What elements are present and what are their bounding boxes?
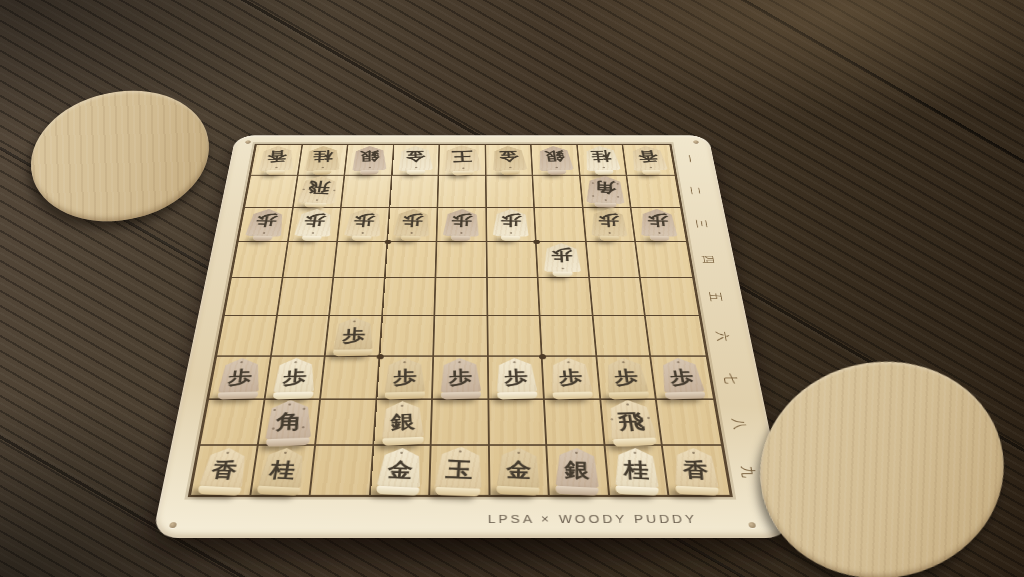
piece-kanji: 桂 [304,145,341,171]
screw-icon [169,522,177,528]
board-cell-5-三[interactable]: 歩 [437,208,487,242]
shogi-piece-sente-歩[interactable]: 歩 [384,357,428,393]
board-cell-6-四[interactable] [385,242,437,278]
board-cell-4-四[interactable] [487,242,539,278]
shogi-piece-sente-桂[interactable]: 桂 [612,447,660,489]
shogi-piece-gote-飛[interactable]: 飛 [296,175,342,204]
board-cell-9-五[interactable] [225,278,283,316]
piece-kanji: 桂 [612,447,660,489]
piece-front-face [450,236,470,241]
piece-kanji: 歩 [293,208,336,236]
shogi-piece-sente-金[interactable]: 金 [375,447,425,489]
piece-kanji: 桂 [256,447,309,489]
board-cell-6-六[interactable] [380,316,435,357]
piece-front-face [252,236,273,241]
board-cell-2-二[interactable]: 角 [580,176,631,208]
shogi-piece-gote-桂[interactable]: 桂 [304,145,341,171]
board-cell-1-二[interactable] [628,176,681,208]
board-cell-2-六[interactable] [593,316,651,357]
piece-front-face [616,486,658,496]
shogi-piece-sente-飛[interactable]: 飛 [603,399,658,440]
piece-front-face [266,170,285,175]
board-cell-3-四[interactable]: 歩 [537,242,590,278]
shogi-piece-gote-銀[interactable]: 銀 [535,145,575,171]
piece-front-face [676,486,719,496]
piece-front-face [351,236,372,241]
piece-kanji: 金 [489,145,528,171]
board-cell-5-九[interactable]: 玉 [430,446,490,495]
shogi-piece-sente-歩[interactable]: 歩 [439,357,483,393]
board-cell-5-一[interactable]: 王 [439,145,486,176]
board-cell-1-五[interactable] [641,278,699,316]
board-cell-7-二[interactable] [342,176,393,208]
board-cell-8-六[interactable] [271,316,330,357]
board-cell-3-六[interactable] [541,316,597,357]
board-cell-4-八[interactable] [489,400,547,446]
shogi-piece-sente-銀[interactable]: 銀 [554,447,601,489]
piece-front-face [333,349,371,356]
piece-kanji: 歩 [589,208,629,236]
piece-kanji: 銀 [351,145,388,171]
piece-front-face [377,486,420,496]
piece-kanji: 歩 [442,208,482,236]
shogi-piece-gote-金[interactable]: 金 [398,145,435,171]
piece-front-face [386,392,425,400]
piece-kanji: 金 [398,145,435,171]
piece-kanji: 歩 [392,208,433,236]
piece-front-face [642,170,662,175]
piece-kanji: 歩 [657,357,707,393]
board-cell-2-九[interactable]: 桂 [605,446,669,495]
shogi-piece-sente-歩[interactable]: 歩 [657,357,707,393]
piece-front-face [313,170,332,175]
board-cell-7-八[interactable] [316,400,377,446]
piece-front-face [441,392,480,400]
board-cell-8-一[interactable]: 桂 [298,145,348,176]
board-cell-9-一[interactable]: 香 [251,145,303,176]
shogi-piece-gote-歩[interactable]: 歩 [244,208,288,236]
shogi-piece-gote-王[interactable]: 王 [442,145,483,172]
board-grid: 香桂銀金王金銀桂香飛角歩歩歩歩歩歩歩歩歩歩歩歩歩歩歩歩歩歩角銀飛香桂金玉金銀桂香 [188,144,733,497]
board-cell-8-四[interactable] [283,242,338,278]
piece-front-face [547,170,567,175]
piece-front-face [383,437,424,446]
star-point [539,354,546,359]
piece-kanji: 歩 [244,208,288,236]
shogi-piece-gote-角[interactable]: 角 [584,175,625,204]
shogi-piece-sente-桂[interactable]: 桂 [256,447,309,489]
board-cell-6-五[interactable] [383,278,437,316]
piece-kanji: 銀 [381,400,426,439]
shogi-piece-sente-香[interactable]: 香 [197,447,252,489]
board-cell-3-三[interactable] [535,208,586,242]
board-cell-6-七[interactable]: 歩 [377,357,434,400]
piece-kanji: 歩 [493,357,539,393]
piece-front-face [594,170,614,175]
piece-kanji: 香 [197,447,252,489]
board-cell-2-七[interactable]: 歩 [597,357,657,400]
board-cell-8-五[interactable] [277,278,334,316]
board-cell-3-七[interactable]: 歩 [543,357,601,400]
piece-front-face [665,392,705,400]
piece-kanji: 歩 [542,243,583,273]
board-cell-9-二[interactable] [245,176,298,208]
shogi-piece-gote-金[interactable]: 金 [489,145,528,171]
board-cell-7-四[interactable] [334,242,388,278]
piece-kanji: 香 [257,145,295,171]
piece-kanji: 玉 [433,446,486,490]
board-cell-1-六[interactable] [646,316,706,357]
brand-label: LPSA × WOODY PUDDY [488,512,698,525]
shogi-piece-sente-歩[interactable]: 歩 [602,357,650,393]
piece-front-face [401,236,422,241]
shogi-piece-gote-歩[interactable]: 歩 [491,208,530,236]
board-cell-7-五[interactable] [330,278,385,316]
shogi-piece-sente-歩[interactable]: 歩 [332,317,376,350]
board-cell-1-八[interactable] [657,400,721,446]
piece-kanji: 香 [671,447,720,489]
board-cell-5-六[interactable] [434,316,488,357]
piece-kanji: 歩 [602,357,650,393]
piece-front-face [197,486,240,496]
piece-kanji: 歩 [439,357,483,393]
shogi-board: 香桂銀金王金銀桂香飛角歩歩歩歩歩歩歩歩歩歩歩歩歩歩歩歩歩歩角銀飛香桂金玉金銀桂香… [152,135,792,538]
board-cell-1-四[interactable] [636,242,692,278]
piece-front-face [500,236,520,241]
board-cell-5-七[interactable]: 歩 [433,357,489,400]
board-cell-3-五[interactable] [539,278,594,316]
board-cell-6-二[interactable] [390,176,439,208]
piece-kanji: 金 [375,447,425,489]
shogi-piece-gote-歩[interactable]: 歩 [293,208,336,236]
board-cell-4-五[interactable] [488,278,541,316]
piece-front-face [218,392,258,400]
piece-front-face [497,392,537,400]
board-cell-4-一[interactable]: 金 [486,145,533,176]
board-cell-9-八[interactable] [200,400,265,446]
board-cell-2-一[interactable]: 桂 [578,145,628,176]
board-cell-4-二[interactable] [486,176,535,208]
shogi-piece-gote-桂[interactable]: 桂 [581,145,622,171]
shogi-piece-sente-歩[interactable]: 歩 [272,357,318,393]
board-cell-7-六[interactable]: 歩 [326,316,383,357]
board-cell-7-一[interactable]: 銀 [345,145,394,176]
shogi-piece-sente-歩[interactable]: 歩 [547,357,594,393]
board-cell-1-七[interactable]: 歩 [651,357,713,400]
screw-icon [245,140,251,143]
shogi-piece-sente-玉[interactable]: 玉 [433,446,486,490]
shogi-piece-sente-歩[interactable]: 歩 [216,357,263,393]
piece-kanji: 歩 [343,208,385,236]
star-point [534,240,541,244]
piece-kanji: 飛 [603,399,658,440]
piece-front-face [556,486,598,496]
board-cell-5-四[interactable] [436,242,487,278]
board-cell-9-三[interactable]: 歩 [239,208,294,242]
piece-kanji: 王 [442,145,483,172]
piece-kanji: 歩 [491,208,530,236]
shogi-piece-gote-香[interactable]: 香 [257,145,295,171]
shogi-piece-sente-香[interactable]: 香 [671,447,720,489]
shogi-piece-gote-歩[interactable]: 歩 [343,208,385,236]
shogi-piece-sente-歩[interactable]: 歩 [493,357,539,393]
board-cell-6-三[interactable]: 歩 [388,208,439,242]
board-cell-8-二[interactable]: 飛 [293,176,345,208]
board-cell-9-六[interactable] [217,316,277,357]
board-cell-1-一[interactable]: 香 [624,145,675,176]
piece-front-face [500,170,519,175]
piece-kanji: 香 [628,145,670,171]
board-cell-9-七[interactable]: 歩 [209,357,271,400]
piece-kanji: 歩 [332,317,376,350]
board-cell-8-七[interactable]: 歩 [265,357,326,400]
board-cell-5-二[interactable] [438,176,486,208]
piece-front-face [435,487,481,497]
shogi-piece-gote-歩[interactable]: 歩 [442,208,482,236]
piece-front-face [301,236,322,241]
piece-kanji: 歩 [272,357,318,393]
board-cell-5-八[interactable] [432,400,490,446]
piece-kanji: 角 [264,399,315,440]
piece-kanji: 飛 [296,175,342,204]
piece-front-face [496,486,538,496]
board-cell-4-七[interactable]: 歩 [489,357,546,400]
board-cell-2-八[interactable]: 飛 [601,400,663,446]
piece-kanji: 金 [494,447,541,489]
board-cell-4-六[interactable] [488,316,543,357]
board-cell-6-九[interactable]: 金 [371,446,432,495]
shogi-piece-gote-歩[interactable]: 歩 [638,208,679,236]
piece-front-face [360,170,379,175]
shogi-piece-gote-歩[interactable]: 歩 [542,243,583,273]
piece-kanji: 銀 [554,447,601,489]
board-cell-7-七[interactable] [321,357,380,400]
shogi-piece-gote-香[interactable]: 香 [628,145,670,171]
piece-kanji: 歩 [638,208,679,236]
piece-kanji: 歩 [384,357,428,393]
shogi-piece-sente-金[interactable]: 金 [494,447,541,489]
board-cell-2-三[interactable]: 歩 [583,208,636,242]
board-cell-4-九[interactable]: 金 [490,446,550,495]
board-cell-7-九[interactable] [311,446,374,495]
shogi-piece-sente-銀[interactable]: 銀 [381,400,426,439]
board-cell-3-一[interactable]: 銀 [532,145,581,176]
piece-front-face [650,236,671,241]
board-cell-7-三[interactable]: 歩 [338,208,390,242]
piece-kanji: 桂 [581,145,622,171]
shogi-piece-gote-歩[interactable]: 歩 [589,208,629,236]
piece-kanji: 歩 [547,357,594,393]
board-cell-8-九[interactable]: 桂 [251,446,316,495]
board-frame: 香桂銀金王金銀桂香飛角歩歩歩歩歩歩歩歩歩歩歩歩歩歩歩歩歩歩角銀飛香桂金玉金銀桂香… [152,135,792,538]
piece-kanji: 歩 [216,357,263,393]
board-cell-5-五[interactable] [435,278,488,316]
screw-icon [748,522,756,528]
shogi-piece-gote-銀[interactable]: 銀 [351,145,388,171]
photo-scene: 香桂銀金王金銀桂香飛角歩歩歩歩歩歩歩歩歩歩歩歩歩歩歩歩歩歩角銀飛香桂金玉金銀桂香… [0,0,1024,577]
piece-front-face [407,170,426,175]
board-cell-9-四[interactable] [232,242,288,278]
piece-front-face [553,392,593,400]
piece-kanji: 角 [584,175,625,204]
board-cell-1-九[interactable]: 香 [663,446,729,495]
board-cell-2-四[interactable] [587,242,641,278]
piece-kanji: 銀 [535,145,575,171]
board-cell-3-二[interactable] [533,176,583,208]
board-cell-4-三[interactable]: 歩 [487,208,537,242]
board-cell-6-一[interactable]: 金 [392,145,440,176]
shogi-piece-gote-歩[interactable]: 歩 [392,208,433,236]
board-cell-1-三[interactable]: 歩 [632,208,686,242]
board-cell-8-八[interactable]: 角 [258,400,321,446]
piece-front-face [599,236,619,241]
board-cell-6-八[interactable]: 銀 [374,400,433,446]
board-cell-2-五[interactable] [590,278,646,316]
piece-front-face [257,486,300,496]
board-cell-3-九[interactable]: 銀 [548,446,610,495]
board-cell-8-三[interactable]: 歩 [288,208,341,242]
shogi-piece-sente-角[interactable]: 角 [264,399,315,440]
piece-front-face [552,271,573,276]
board-cell-3-八[interactable] [545,400,605,446]
board-cell-9-九[interactable]: 香 [191,446,258,495]
